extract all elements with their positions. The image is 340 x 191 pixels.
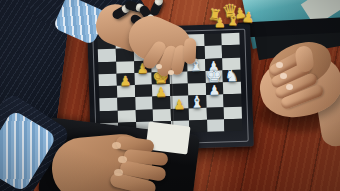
square-h2[interactable] <box>224 106 242 119</box>
square-a4[interactable] <box>99 86 117 99</box>
square-f1[interactable] <box>189 120 207 133</box>
silver-knight-h5[interactable]: ♞ <box>223 70 241 83</box>
silver-pawn-g4[interactable]: ♟ <box>205 82 223 95</box>
square-a5[interactable] <box>99 73 117 86</box>
captured-gold-pieces: ♛♜♝♟♟♟ <box>208 0 258 34</box>
gold-pawn-d4[interactable]: ♟ <box>152 84 170 97</box>
fingernail <box>286 84 293 90</box>
square-a7[interactable] <box>98 49 116 62</box>
gold-pawn-e3[interactable]: ♟ <box>170 96 188 109</box>
captured-gold-pawn: ♟ <box>241 9 255 24</box>
silver-king-g5[interactable]: ♚ <box>205 70 223 83</box>
square-a3[interactable] <box>99 98 117 111</box>
square-g2[interactable] <box>206 107 224 120</box>
captured-gold-pawn: ♟ <box>214 16 226 29</box>
clasped-hands <box>256 40 340 135</box>
square-c3[interactable] <box>135 97 153 110</box>
square-b6[interactable] <box>116 61 134 74</box>
square-c4[interactable] <box>134 85 152 98</box>
fingernail <box>156 64 162 69</box>
fingernail <box>168 70 174 75</box>
square-d2[interactable] <box>153 109 171 122</box>
square-h8[interactable] <box>222 33 240 46</box>
square-g7[interactable] <box>204 46 222 59</box>
gold-pawn-b5[interactable]: ♟ <box>116 73 134 86</box>
square-h7[interactable] <box>222 45 240 58</box>
square-b2[interactable] <box>117 110 135 123</box>
knuckle-highlight <box>114 169 123 176</box>
square-a2[interactable] <box>100 110 118 123</box>
chess-game-photo: ♟♟♚♟♟♝♟♚♞♟♝ ♞ ♛♜♝♟♟♟ <box>0 0 340 191</box>
knuckle-highlight <box>118 156 127 163</box>
square-h1[interactable] <box>224 119 242 132</box>
silver-bishop-f3[interactable]: ♝ <box>188 95 206 108</box>
square-c2[interactable] <box>135 109 153 122</box>
knuckle-highlight <box>112 142 121 149</box>
square-b3[interactable] <box>117 97 135 110</box>
square-h3[interactable] <box>223 94 241 107</box>
fingernail <box>276 62 283 68</box>
finger <box>184 38 197 64</box>
fingernail <box>280 73 287 79</box>
square-a6[interactable] <box>98 61 116 74</box>
square-g8[interactable] <box>204 33 222 46</box>
square-g1[interactable] <box>207 119 225 132</box>
